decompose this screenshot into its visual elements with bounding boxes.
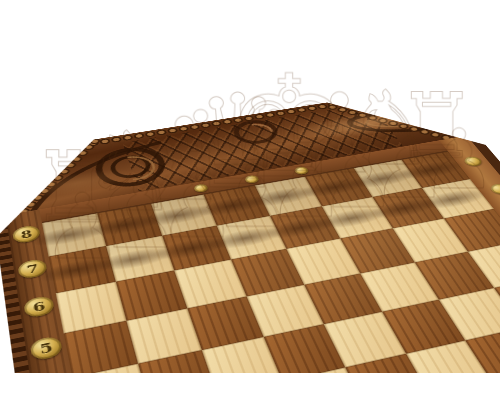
photo-crop-mask xyxy=(0,373,500,400)
pawn-glyph: ♟ xyxy=(0,181,166,271)
product-photo: 8765 ♜♞♝♛♚♝♞♜♟♟♟♟♟♟♟♟ xyxy=(0,0,500,400)
photo-stage: 8765 ♜♞♝♛♚♝♞♜♟♟♟♟♟♟♟♟ xyxy=(0,0,500,400)
board-plane: 8765 ♜♞♝♛♚♝♞♜♟♟♟♟♟♟♟♟ xyxy=(0,85,500,400)
